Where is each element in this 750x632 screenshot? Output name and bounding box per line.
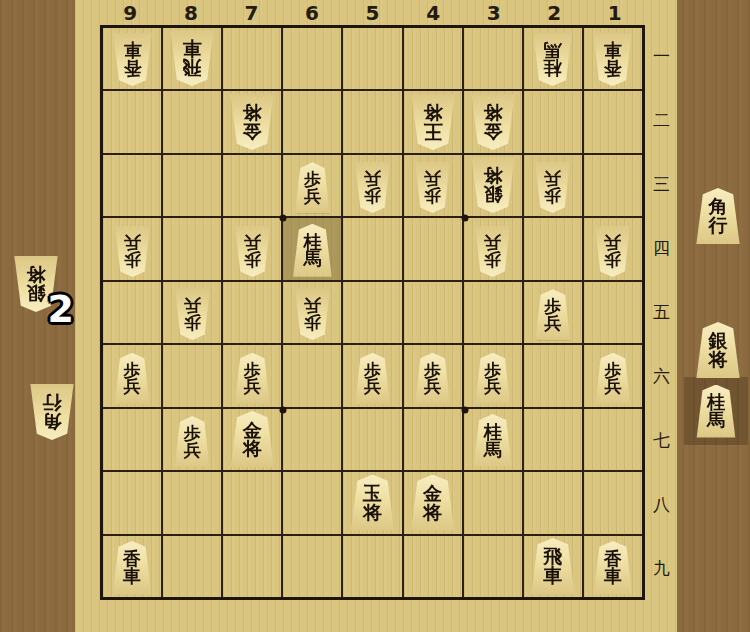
square-7-7[interactable]: 金将 [223, 409, 281, 470]
square-1-4[interactable]: 歩兵 [584, 218, 642, 279]
rank-label-5: 五 [646, 281, 677, 345]
square-6-9[interactable] [283, 536, 341, 597]
square-4-7[interactable] [404, 409, 462, 470]
piece-kanji: 歩 [424, 188, 441, 205]
rank-label-2: 二 [646, 89, 677, 153]
file-label-6: 6 [282, 0, 343, 25]
square-5-5[interactable] [343, 282, 401, 343]
piece-kanji: 香 [123, 60, 141, 78]
square-6-2[interactable] [283, 91, 341, 152]
square-8-3[interactable] [163, 155, 221, 216]
file-label-7: 7 [221, 0, 282, 25]
square-6-8[interactable] [283, 472, 341, 533]
piece-kanji: 兵 [124, 378, 141, 395]
rank-label-6: 六 [646, 344, 677, 408]
piece-kanji: 歩 [544, 188, 561, 205]
star-point [461, 214, 468, 221]
piece-kanji: 兵 [484, 235, 501, 252]
piece-kanji: 馬 [544, 42, 562, 60]
piece-kanji: 将 [483, 103, 502, 122]
piece-sente-gold[interactable]: 金将 [229, 411, 275, 467]
square-5-4[interactable] [343, 218, 401, 279]
piece-sente-pawn[interactable]: 歩兵 [114, 353, 151, 404]
square-9-9[interactable]: 香車 [103, 536, 161, 597]
square-2-4[interactable] [524, 218, 582, 279]
square-9-2[interactable] [103, 91, 161, 152]
hand-count-badge: 2 [48, 290, 74, 328]
square-7-6[interactable]: 歩兵 [223, 345, 281, 406]
piece-sente-knight[interactable]: 桂馬 [292, 224, 333, 277]
piece-kanji: 歩 [604, 251, 621, 268]
square-3-9[interactable] [464, 536, 522, 597]
piece-sente-lance[interactable]: 香車 [112, 541, 153, 594]
square-3-3[interactable]: 銀将 [464, 155, 522, 216]
piece-kanji: 車 [183, 40, 202, 59]
square-3-2[interactable]: 金将 [464, 91, 522, 152]
rank-label-3: 三 [646, 153, 677, 217]
square-5-2[interactable] [343, 91, 401, 152]
hand-slot-gote-silver[interactable]: 銀将2 [4, 250, 68, 318]
piece-kanji: 兵 [364, 378, 381, 395]
square-4-4[interactable] [404, 218, 462, 279]
piece-gote-pawn[interactable]: 歩兵 [474, 226, 511, 277]
hand-slot-gote-bishop[interactable]: 角行 [20, 378, 84, 446]
rank-label-1: 一 [646, 25, 677, 89]
square-1-8[interactable] [584, 472, 642, 533]
piece-sente-pawn[interactable]: 歩兵 [174, 416, 211, 467]
square-3-7[interactable]: 桂馬 [464, 409, 522, 470]
square-3-1[interactable] [464, 28, 522, 89]
piece-kanji: 王 [423, 122, 442, 141]
piece-sente-pawn[interactable]: 歩兵 [234, 353, 271, 404]
piece-gote-pawn[interactable]: 歩兵 [174, 289, 211, 340]
square-9-6[interactable]: 歩兵 [103, 345, 161, 406]
piece-sente-pawn[interactable]: 歩兵 [474, 353, 511, 404]
piece-kanji: 車 [123, 567, 141, 585]
piece-kanji: 桂 [544, 60, 562, 78]
piece-kanji: 歩 [304, 315, 321, 332]
piece-kanji: 車 [604, 567, 622, 585]
square-2-8[interactable] [524, 472, 582, 533]
rank-label-8: 八 [646, 472, 677, 536]
square-7-3[interactable] [223, 155, 281, 216]
piece-kanji: 兵 [244, 235, 261, 252]
piece-sente-pawn[interactable]: 歩兵 [354, 353, 391, 404]
square-5-7[interactable] [343, 409, 401, 470]
piece-gote-pawn[interactable]: 歩兵 [414, 162, 451, 213]
piece-kanji: 玉 [363, 484, 382, 503]
piece-kanji: 将 [709, 350, 728, 369]
square-2-5[interactable]: 歩兵 [524, 282, 582, 343]
star-point [279, 406, 286, 413]
piece-kanji: 兵 [184, 298, 201, 315]
piece-kanji: 馬 [707, 411, 725, 429]
piece-gote-gold[interactable]: 金将 [470, 94, 516, 150]
piece-kanji: 兵 [484, 378, 501, 395]
square-1-1[interactable]: 香車 [584, 28, 642, 89]
square-9-4[interactable]: 歩兵 [103, 218, 161, 279]
piece-sente-rook[interactable]: 飛車 [530, 538, 576, 594]
piece-kanji: 兵 [184, 442, 201, 459]
square-5-1[interactable] [343, 28, 401, 89]
square-3-5[interactable] [464, 282, 522, 343]
piece-gote-pawn[interactable]: 歩兵 [534, 162, 571, 213]
square-4-1[interactable] [404, 28, 462, 89]
piece-kanji: 歩 [484, 251, 501, 268]
file-label-9: 9 [100, 0, 161, 25]
square-2-7[interactable] [524, 409, 582, 470]
rank-label-4: 四 [646, 217, 677, 281]
square-2-9[interactable]: 飛車 [524, 536, 582, 597]
square-1-9[interactable]: 香車 [584, 536, 642, 597]
square-4-2[interactable]: 王将 [404, 91, 462, 152]
piece-kanji: 角 [43, 412, 62, 431]
square-3-6[interactable]: 歩兵 [464, 345, 522, 406]
square-2-3[interactable]: 歩兵 [524, 155, 582, 216]
square-5-3[interactable]: 歩兵 [343, 155, 401, 216]
file-labels: 987654321 [100, 0, 645, 25]
piece-sente-pawn[interactable]: 歩兵 [414, 353, 451, 404]
square-3-4[interactable]: 歩兵 [464, 218, 522, 279]
square-7-8[interactable] [223, 472, 281, 533]
square-2-1[interactable]: 桂馬 [524, 28, 582, 89]
square-9-5[interactable] [103, 282, 161, 343]
square-4-5[interactable] [404, 282, 462, 343]
square-1-2[interactable] [584, 91, 642, 152]
square-6-4[interactable]: 桂馬 [283, 218, 341, 279]
square-7-9[interactable] [223, 536, 281, 597]
piece-kanji: 兵 [304, 188, 321, 205]
piece-sente-knight[interactable]: 桂馬 [472, 414, 513, 467]
piece-kanji: 将 [243, 439, 262, 458]
square-8-4[interactable] [163, 218, 221, 279]
piece-sente-pawn[interactable]: 歩兵 [294, 162, 331, 213]
square-2-6[interactable] [524, 345, 582, 406]
hand-slot-sente-bishop[interactable]: 角行 [686, 182, 750, 250]
square-4-8[interactable]: 金将 [404, 472, 462, 533]
square-7-5[interactable] [223, 282, 281, 343]
square-8-2[interactable] [163, 91, 221, 152]
square-1-3[interactable] [584, 155, 642, 216]
piece-gote-pawn[interactable]: 歩兵 [354, 162, 391, 213]
piece-gote-lance[interactable]: 香車 [592, 33, 633, 86]
piece-kanji: 歩 [184, 315, 201, 332]
piece-kanji: 兵 [424, 378, 441, 395]
piece-kanji: 兵 [304, 298, 321, 315]
rank-labels: 一二三四五六七八九 [646, 25, 677, 600]
square-9-8[interactable] [103, 472, 161, 533]
piece-sente-silver[interactable]: 銀将 [695, 322, 741, 378]
square-3-8[interactable] [464, 472, 522, 533]
piece-sente-gold[interactable]: 金将 [410, 475, 456, 531]
square-8-1[interactable]: 飛車 [163, 28, 221, 89]
square-4-3[interactable]: 歩兵 [404, 155, 462, 216]
piece-kanji: 歩 [124, 251, 141, 268]
piece-gote-gold[interactable]: 金将 [229, 94, 275, 150]
piece-kanji: 銀 [483, 185, 502, 204]
file-label-1: 1 [585, 0, 646, 25]
file-label-8: 8 [161, 0, 222, 25]
square-4-9[interactable] [404, 536, 462, 597]
piece-kanji: 将 [27, 265, 46, 284]
piece-kanji: 馬 [303, 250, 321, 268]
square-1-5[interactable] [584, 282, 642, 343]
piece-kanji: 金 [483, 122, 502, 141]
file-label-5: 5 [342, 0, 403, 25]
piece-sente-bishop[interactable]: 角行 [695, 188, 741, 244]
piece-kanji: 兵 [424, 171, 441, 188]
piece-gote-pawn[interactable]: 歩兵 [114, 226, 151, 277]
piece-kanji: 兵 [244, 378, 261, 395]
square-6-1[interactable] [283, 28, 341, 89]
piece-kanji: 車 [123, 42, 141, 60]
piece-kanji: 車 [543, 566, 562, 585]
piece-gote-knight[interactable]: 桂馬 [532, 33, 573, 86]
square-9-1[interactable]: 香車 [103, 28, 161, 89]
square-8-9[interactable] [163, 536, 221, 597]
square-4-6[interactable]: 歩兵 [404, 345, 462, 406]
piece-gote-king[interactable]: 王将 [410, 94, 456, 150]
piece-kanji: 兵 [364, 171, 381, 188]
piece-gote-silver[interactable]: 銀将 [470, 157, 516, 213]
rank-label-7: 七 [646, 408, 677, 472]
piece-kanji: 飛 [183, 58, 202, 77]
file-label-4: 4 [403, 0, 464, 25]
square-5-9[interactable] [343, 536, 401, 597]
square-1-7[interactable] [584, 409, 642, 470]
square-1-6[interactable]: 歩兵 [584, 345, 642, 406]
square-6-7[interactable] [283, 409, 341, 470]
square-7-4[interactable]: 歩兵 [223, 218, 281, 279]
piece-kanji: 将 [243, 103, 262, 122]
piece-kanji: 将 [423, 503, 442, 522]
square-9-7[interactable] [103, 409, 161, 470]
piece-kanji: 将 [363, 503, 382, 522]
square-2-2[interactable] [524, 91, 582, 152]
square-7-2[interactable]: 金将 [223, 91, 281, 152]
star-point [279, 214, 286, 221]
hand-slot-sente-silver[interactable]: 銀将 [686, 316, 750, 384]
piece-kanji: 兵 [124, 235, 141, 252]
square-8-8[interactable] [163, 472, 221, 533]
piece-kanji: 歩 [244, 251, 261, 268]
square-8-5[interactable]: 歩兵 [163, 282, 221, 343]
piece-kanji: 兵 [544, 315, 561, 332]
piece-kanji: 銀 [27, 284, 46, 303]
piece-kanji: 将 [423, 103, 442, 122]
piece-kanji: 桂 [484, 423, 502, 441]
piece-kanji: 金 [243, 122, 262, 141]
piece-sente-pawn[interactable]: 歩兵 [594, 353, 631, 404]
piece-gote-pawn[interactable]: 歩兵 [234, 226, 271, 277]
piece-sente-knight[interactable]: 桂馬 [696, 385, 737, 438]
piece-kanji: 兵 [544, 171, 561, 188]
file-label-3: 3 [463, 0, 524, 25]
file-label-2: 2 [524, 0, 585, 25]
square-5-8[interactable]: 玉将 [343, 472, 401, 533]
piece-sente-king[interactable]: 玉将 [349, 475, 395, 531]
board-grid: 香車飛車桂馬香車金将王将金将歩兵歩兵歩兵銀将歩兵歩兵歩兵桂馬歩兵歩兵歩兵歩兵歩兵… [100, 25, 645, 600]
piece-kanji: 兵 [604, 235, 621, 252]
piece-gote-lance[interactable]: 香車 [112, 33, 153, 86]
star-point [461, 406, 468, 413]
piece-gote-bishop[interactable]: 角行 [29, 384, 75, 440]
piece-sente-lance[interactable]: 香車 [592, 541, 633, 594]
piece-gote-pawn[interactable]: 歩兵 [294, 289, 331, 340]
piece-kanji: 馬 [484, 441, 502, 459]
piece-kanji: 歩 [364, 188, 381, 205]
square-8-6[interactable] [163, 345, 221, 406]
piece-kanji: 将 [483, 167, 502, 186]
piece-sente-pawn[interactable]: 歩兵 [534, 289, 571, 340]
piece-gote-rook[interactable]: 飛車 [169, 30, 215, 86]
piece-kanji: 金 [423, 484, 442, 503]
hand-slot-sente-knight[interactable]: 桂馬 [684, 377, 748, 445]
square-7-1[interactable] [223, 28, 281, 89]
piece-kanji: 香 [604, 60, 622, 78]
piece-gote-pawn[interactable]: 歩兵 [594, 226, 631, 277]
square-5-6[interactable]: 歩兵 [343, 345, 401, 406]
rank-label-9: 九 [646, 536, 677, 600]
square-6-6[interactable] [283, 345, 341, 406]
square-8-7[interactable]: 歩兵 [163, 409, 221, 470]
piece-kanji: 車 [604, 42, 622, 60]
piece-kanji: 行 [43, 393, 62, 412]
piece-kanji: 行 [709, 216, 728, 235]
square-9-3[interactable] [103, 155, 161, 216]
square-6-3[interactable]: 歩兵 [283, 155, 341, 216]
piece-kanji: 兵 [604, 378, 621, 395]
square-6-5[interactable]: 歩兵 [283, 282, 341, 343]
shogi-app: 987654321 一二三四五六七八九 香車飛車桂馬香車金将王将金将歩兵歩兵歩兵… [0, 0, 750, 632]
